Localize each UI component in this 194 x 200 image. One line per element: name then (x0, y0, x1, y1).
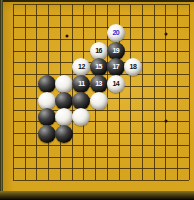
move-number-label: 18 (124, 58, 142, 76)
stone-white-move-14: 14 (107, 75, 125, 93)
move-number-label: 20 (107, 24, 125, 42)
grid-line-horizontal (13, 39, 189, 40)
grid-line-vertical (36, 4, 37, 181)
stone-white-move-18: 18 (124, 58, 142, 76)
move-number-label: 17 (107, 58, 125, 76)
stone-black-move-17: 17 (107, 58, 125, 76)
star-point (164, 120, 167, 123)
grid-line-horizontal (13, 157, 189, 158)
stone-black-move-19: 19 (107, 42, 125, 60)
board-left-edge (0, 0, 3, 194)
move-number-label: 12 (72, 58, 90, 76)
stone-white (55, 108, 73, 126)
stone-white-move-16: 16 (90, 42, 108, 60)
grid-line-vertical (130, 4, 131, 181)
move-number-label: 16 (90, 42, 108, 60)
stone-black-move-15: 15 (90, 58, 108, 76)
board-top-edge (0, 0, 194, 2)
grid-line-horizontal (13, 168, 189, 169)
grid-line-vertical (154, 4, 155, 181)
move-number-label: 13 (90, 75, 108, 93)
move-number-label: 14 (107, 75, 125, 93)
stone-white (72, 108, 90, 126)
grid-line-vertical (142, 4, 143, 181)
stone-white (90, 92, 108, 110)
grid-line-horizontal (13, 15, 189, 16)
grid-line-horizontal (13, 27, 189, 28)
grid-line-vertical (25, 4, 26, 181)
board-bottom-edge (0, 191, 194, 200)
grid-line-vertical (177, 4, 178, 181)
move-number-label: 15 (90, 58, 108, 76)
stone-white-move-20: 20 (107, 24, 125, 42)
stone-black (38, 108, 56, 126)
grid-line-horizontal (13, 180, 189, 181)
grid-line-horizontal (13, 4, 189, 5)
stone-black-move-13: 13 (90, 75, 108, 93)
move-number-label: 11 (72, 75, 90, 93)
stone-black-move-11: 11 (72, 75, 90, 93)
grid-line-vertical (165, 4, 166, 181)
grid-line-vertical (13, 4, 14, 181)
go-applet-screen: 20161912151718111314 (0, 0, 194, 200)
grid-line-vertical (189, 4, 190, 181)
grid-line-horizontal (13, 145, 189, 146)
star-point (165, 33, 168, 36)
stone-black (38, 125, 56, 143)
move-number-label: 19 (107, 42, 125, 60)
star-point (66, 34, 69, 37)
stone-white-move-12: 12 (72, 58, 90, 76)
